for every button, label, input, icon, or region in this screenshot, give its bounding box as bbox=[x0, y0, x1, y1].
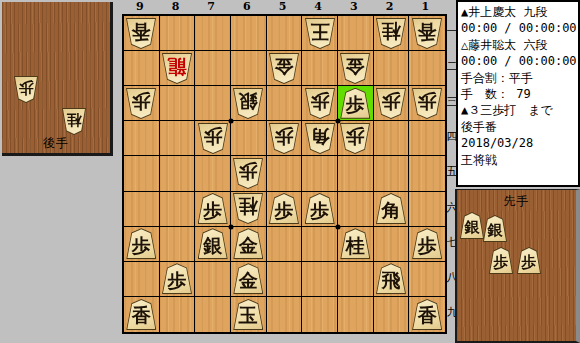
piece-kanji: 銀 bbox=[465, 217, 480, 234]
piece-sente-香-9-9[interactable]: 香 bbox=[126, 299, 156, 330]
piece-gote-歩-1-3[interactable]: 歩 bbox=[412, 88, 442, 119]
piece-face: 歩 bbox=[199, 124, 227, 153]
square-6-1[interactable] bbox=[231, 16, 267, 51]
piece-kanji: 桂 bbox=[67, 113, 82, 130]
piece-gote-香-9-1[interactable]: 香 bbox=[126, 18, 156, 49]
piece-kanji: 香 bbox=[418, 22, 437, 44]
square-8-8[interactable]: 歩 bbox=[160, 262, 196, 297]
piece-kanji: 桂 bbox=[381, 22, 400, 44]
piece-face: 桂 bbox=[63, 109, 85, 134]
info-line-8: 後手番 bbox=[461, 119, 578, 135]
piece-sente-歩-8-8[interactable]: 歩 bbox=[162, 263, 192, 294]
piece-face: 銀 bbox=[199, 229, 227, 258]
info-line-5: 手合割：平手 bbox=[461, 70, 578, 86]
square-5-9[interactable] bbox=[267, 297, 303, 332]
piece-face: 香 bbox=[127, 19, 155, 48]
piece-kanji: 歩 bbox=[167, 268, 186, 290]
square-8-1[interactable] bbox=[160, 16, 196, 51]
hand-piece-sente-銀-2[interactable]: 銀 bbox=[483, 215, 507, 242]
piece-kanji: 金 bbox=[346, 57, 365, 79]
square-2-8[interactable]: 飛 bbox=[374, 262, 410, 297]
square-1-9[interactable]: 香 bbox=[409, 297, 445, 332]
piece-gote-歩-4-3[interactable]: 歩 bbox=[305, 88, 335, 119]
square-2-6[interactable]: 角 bbox=[374, 192, 410, 227]
column-label-1: 1 bbox=[407, 0, 443, 13]
star-dot bbox=[336, 119, 341, 124]
piece-face: 歩 bbox=[341, 89, 369, 118]
piece-sente-歩-7-6[interactable]: 歩 bbox=[198, 193, 228, 224]
shogi-app-window: { "game": "shogi", "position": { "sfen":… bbox=[0, 0, 580, 343]
piece-face: 歩 bbox=[341, 124, 369, 153]
square-6-2[interactable] bbox=[231, 51, 267, 86]
square-5-4[interactable]: 歩 bbox=[267, 121, 303, 156]
square-3-9[interactable] bbox=[338, 297, 374, 332]
square-4-8[interactable] bbox=[302, 262, 338, 297]
column-label-2: 2 bbox=[372, 0, 408, 13]
square-4-3[interactable]: 歩 bbox=[302, 86, 338, 121]
piece-kanji: 飛 bbox=[381, 268, 400, 290]
piece-sente-香-1-9[interactable]: 香 bbox=[412, 299, 442, 330]
square-8-9[interactable] bbox=[160, 297, 196, 332]
square-3-3[interactable]: 歩 bbox=[338, 86, 374, 121]
board: 香王桂香龍金金歩銀歩歩歩歩歩歩角歩歩歩桂歩歩角歩銀金桂歩歩金飛香玉香 bbox=[122, 14, 447, 334]
piece-kanji: 桂 bbox=[239, 198, 258, 220]
piece-sente-歩-5-6[interactable]: 歩 bbox=[269, 193, 299, 224]
piece-gote-歩-2-3[interactable]: 歩 bbox=[376, 88, 406, 119]
square-7-7[interactable]: 銀 bbox=[195, 227, 231, 262]
square-7-2[interactable] bbox=[195, 51, 231, 86]
square-4-2[interactable] bbox=[302, 51, 338, 86]
piece-kanji: 香 bbox=[132, 22, 151, 44]
square-3-6[interactable] bbox=[338, 192, 374, 227]
column-label-9: 9 bbox=[122, 0, 158, 13]
piece-kanji: 歩 bbox=[274, 198, 293, 220]
piece-face: 王 bbox=[306, 19, 334, 48]
hand-piece-sente-歩-4[interactable]: 歩 bbox=[517, 247, 541, 274]
square-6-5[interactable]: 歩 bbox=[231, 156, 267, 191]
info-line-2: 00:00 / 00:00:00 bbox=[461, 20, 578, 36]
square-7-5[interactable] bbox=[195, 156, 231, 191]
square-9-8[interactable] bbox=[124, 262, 160, 297]
info-line-1: ▲井上慶太 九段 bbox=[461, 4, 578, 20]
square-9-9[interactable]: 香 bbox=[124, 297, 160, 332]
info-panel: ▲井上慶太 九段00:00 / 00:00:00△藤井聡太 六段00:00 / … bbox=[456, 0, 580, 187]
square-4-9[interactable] bbox=[302, 297, 338, 332]
piece-kanji: 歩 bbox=[418, 92, 437, 114]
piece-kanji: 金 bbox=[239, 268, 258, 290]
square-3-5[interactable] bbox=[338, 156, 374, 191]
piece-face: 歩 bbox=[518, 248, 540, 273]
piece-gote-歩-5-4[interactable]: 歩 bbox=[269, 123, 299, 154]
piece-kanji: 金 bbox=[239, 233, 258, 255]
square-5-7[interactable] bbox=[267, 227, 303, 262]
square-7-4[interactable]: 歩 bbox=[195, 121, 231, 156]
piece-face: 角 bbox=[377, 194, 405, 223]
info-line-3: △藤井聡太 六段 bbox=[461, 37, 578, 53]
piece-face: 銀 bbox=[461, 213, 483, 238]
piece-kanji: 歩 bbox=[310, 198, 329, 220]
square-1-6[interactable] bbox=[409, 192, 445, 227]
star-dot bbox=[228, 224, 233, 229]
square-1-3[interactable]: 歩 bbox=[409, 86, 445, 121]
piece-sente-歩-4-6[interactable]: 歩 bbox=[305, 193, 335, 224]
square-6-7[interactable]: 金 bbox=[231, 227, 267, 262]
square-7-3[interactable] bbox=[195, 86, 231, 121]
piece-face: 歩 bbox=[234, 159, 262, 188]
square-3-4[interactable]: 歩 bbox=[338, 121, 374, 156]
square-4-5[interactable] bbox=[302, 156, 338, 191]
piece-sente-角-2-6[interactable]: 角 bbox=[376, 193, 406, 224]
square-6-6[interactable]: 桂 bbox=[231, 192, 267, 227]
column-label-8: 8 bbox=[158, 0, 194, 13]
piece-kanji: 歩 bbox=[19, 81, 34, 98]
piece-kanji: 桂 bbox=[346, 233, 365, 255]
square-3-7[interactable]: 桂 bbox=[338, 227, 374, 262]
square-6-4[interactable] bbox=[231, 121, 267, 156]
piece-kanji: 歩 bbox=[203, 198, 222, 220]
piece-kanji: 歩 bbox=[203, 127, 222, 149]
square-7-9[interactable] bbox=[195, 297, 231, 332]
gote-captured-tray: 後手 歩桂 bbox=[2, 2, 113, 156]
square-1-7[interactable]: 歩 bbox=[409, 227, 445, 262]
piece-gote-歩-6-5[interactable]: 歩 bbox=[233, 158, 263, 189]
hand-piece-sente-銀-1[interactable]: 銀 bbox=[460, 212, 484, 239]
piece-face: 金 bbox=[341, 54, 369, 83]
square-3-8[interactable] bbox=[338, 262, 374, 297]
square-7-1[interactable] bbox=[195, 16, 231, 51]
piece-kanji: 歩 bbox=[346, 92, 365, 114]
square-2-7[interactable] bbox=[374, 227, 410, 262]
square-1-2[interactable] bbox=[409, 51, 445, 86]
square-2-3[interactable]: 歩 bbox=[374, 86, 410, 121]
column-label-5: 5 bbox=[265, 0, 301, 13]
piece-face: 龍 bbox=[163, 54, 191, 83]
piece-kanji: 歩 bbox=[239, 162, 258, 184]
hand-piece-gote-桂-2[interactable]: 桂 bbox=[62, 108, 86, 135]
square-5-8[interactable] bbox=[267, 262, 303, 297]
star-dot bbox=[336, 224, 341, 229]
square-7-6[interactable]: 歩 bbox=[195, 192, 231, 227]
piece-sente-金-6-8[interactable]: 金 bbox=[233, 263, 263, 294]
square-2-9[interactable] bbox=[374, 297, 410, 332]
piece-sente-銀-7-7[interactable]: 銀 bbox=[198, 228, 228, 259]
piece-face: 玉 bbox=[234, 300, 262, 329]
piece-gote-角-4-4[interactable]: 角 bbox=[305, 123, 335, 154]
piece-face: 桂 bbox=[377, 19, 405, 48]
piece-gote-桂-2-1[interactable]: 桂 bbox=[376, 18, 406, 49]
square-8-6[interactable] bbox=[160, 192, 196, 227]
square-6-9[interactable]: 玉 bbox=[231, 297, 267, 332]
piece-face: 歩 bbox=[377, 89, 405, 118]
square-4-7[interactable] bbox=[302, 227, 338, 262]
square-5-3[interactable] bbox=[267, 86, 303, 121]
info-line-10: 王将戦 bbox=[461, 152, 578, 168]
info-line-9: 2018/03/28 bbox=[461, 135, 578, 151]
piece-face: 金 bbox=[234, 264, 262, 293]
square-6-8[interactable]: 金 bbox=[231, 262, 267, 297]
piece-kanji: 玉 bbox=[239, 303, 258, 325]
square-4-4[interactable]: 角 bbox=[302, 121, 338, 156]
info-line-6: 手 数： 79 bbox=[461, 86, 578, 102]
square-8-7[interactable] bbox=[160, 227, 196, 262]
piece-kanji: 香 bbox=[418, 303, 437, 325]
square-8-3[interactable] bbox=[160, 86, 196, 121]
piece-face: 歩 bbox=[413, 229, 441, 258]
piece-face: 歩 bbox=[199, 194, 227, 223]
piece-gote-歩-3-4[interactable]: 歩 bbox=[340, 123, 370, 154]
piece-face: 歩 bbox=[270, 124, 298, 153]
piece-kanji: 銀 bbox=[488, 220, 503, 237]
column-label-7: 7 bbox=[193, 0, 229, 13]
square-9-2[interactable] bbox=[124, 51, 160, 86]
board-column-labels: 987654321 bbox=[122, 0, 443, 13]
piece-gote-歩-7-4[interactable]: 歩 bbox=[198, 123, 228, 154]
piece-kanji: 歩 bbox=[346, 127, 365, 149]
piece-face: 香 bbox=[413, 300, 441, 329]
square-5-5[interactable] bbox=[267, 156, 303, 191]
piece-kanji: 香 bbox=[132, 303, 151, 325]
piece-sente-金-6-7[interactable]: 金 bbox=[233, 228, 263, 259]
piece-kanji: 金 bbox=[274, 57, 293, 79]
square-4-6[interactable]: 歩 bbox=[302, 192, 338, 227]
piece-gote-香-1-1[interactable]: 香 bbox=[412, 18, 442, 49]
piece-face: 歩 bbox=[306, 89, 334, 118]
piece-sente-歩-3-3[interactable]: 歩 bbox=[340, 88, 370, 119]
hand-piece-sente-歩-3[interactable]: 歩 bbox=[489, 247, 513, 274]
piece-sente-歩-9-7[interactable]: 歩 bbox=[126, 228, 156, 259]
piece-gote-王-4-1[interactable]: 王 bbox=[305, 18, 335, 49]
column-label-6: 6 bbox=[229, 0, 265, 13]
piece-gote-歩-9-3[interactable]: 歩 bbox=[126, 88, 156, 119]
sente-captured-tray: 先手 銀銀歩歩 bbox=[455, 189, 580, 343]
square-8-2[interactable]: 龍 bbox=[160, 51, 196, 86]
square-6-3[interactable]: 銀 bbox=[231, 86, 267, 121]
square-1-4[interactable] bbox=[409, 121, 445, 156]
square-3-1[interactable] bbox=[338, 16, 374, 51]
piece-face: 角 bbox=[306, 124, 334, 153]
square-8-5[interactable] bbox=[160, 156, 196, 191]
piece-kanji: 歩 bbox=[522, 252, 537, 269]
piece-face: 歩 bbox=[127, 229, 155, 258]
square-8-4[interactable] bbox=[160, 121, 196, 156]
square-1-1[interactable]: 香 bbox=[409, 16, 445, 51]
square-5-1[interactable] bbox=[267, 16, 303, 51]
square-9-3[interactable]: 歩 bbox=[124, 86, 160, 121]
star-dot bbox=[228, 119, 233, 124]
square-9-7[interactable]: 歩 bbox=[124, 227, 160, 262]
piece-kanji: 銀 bbox=[239, 92, 258, 114]
piece-kanji: 歩 bbox=[418, 233, 437, 255]
square-7-8[interactable] bbox=[195, 262, 231, 297]
square-5-6[interactable]: 歩 bbox=[267, 192, 303, 227]
gote-tray-label: 後手 bbox=[2, 135, 110, 152]
square-9-6[interactable] bbox=[124, 192, 160, 227]
square-9-4[interactable] bbox=[124, 121, 160, 156]
piece-kanji: 歩 bbox=[274, 127, 293, 149]
piece-kanji: 歩 bbox=[310, 92, 329, 114]
piece-kanji: 歩 bbox=[494, 252, 509, 269]
square-2-2[interactable] bbox=[374, 51, 410, 86]
piece-face: 歩 bbox=[270, 194, 298, 223]
piece-face: 歩 bbox=[490, 248, 512, 273]
piece-gote-龍-8-2[interactable]: 龍 bbox=[162, 53, 192, 84]
square-9-1[interactable]: 香 bbox=[124, 16, 160, 51]
piece-sente-歩-1-7[interactable]: 歩 bbox=[412, 228, 442, 259]
hand-piece-gote-歩-1[interactable]: 歩 bbox=[14, 76, 38, 103]
piece-kanji: 角 bbox=[310, 127, 329, 149]
square-2-4[interactable] bbox=[374, 121, 410, 156]
info-line-7: ▲３三歩打 まで bbox=[461, 102, 578, 118]
piece-face: 飛 bbox=[377, 264, 405, 293]
piece-face: 香 bbox=[127, 300, 155, 329]
piece-face: 銀 bbox=[484, 216, 506, 241]
piece-face: 歩 bbox=[306, 194, 334, 223]
square-3-2[interactable]: 金 bbox=[338, 51, 374, 86]
piece-face: 金 bbox=[234, 229, 262, 258]
piece-sente-桂-3-7[interactable]: 桂 bbox=[340, 228, 370, 259]
piece-face: 歩 bbox=[15, 77, 37, 102]
square-2-1[interactable]: 桂 bbox=[374, 16, 410, 51]
piece-gote-金-3-2[interactable]: 金 bbox=[340, 53, 370, 84]
piece-kanji: 歩 bbox=[132, 233, 151, 255]
piece-face: 香 bbox=[413, 19, 441, 48]
piece-kanji: 銀 bbox=[203, 233, 222, 255]
square-5-2[interactable]: 金 bbox=[267, 51, 303, 86]
piece-face: 銀 bbox=[234, 89, 262, 118]
piece-face: 金 bbox=[270, 54, 298, 83]
piece-gote-金-5-2[interactable]: 金 bbox=[269, 53, 299, 84]
square-9-5[interactable] bbox=[124, 156, 160, 191]
piece-face: 桂 bbox=[341, 229, 369, 258]
piece-sente-飛-2-8[interactable]: 飛 bbox=[376, 263, 406, 294]
column-label-3: 3 bbox=[336, 0, 372, 13]
square-1-5[interactable] bbox=[409, 156, 445, 191]
piece-kanji: 歩 bbox=[381, 92, 400, 114]
info-line-4: 00:00 / 00:00:00 bbox=[461, 53, 578, 69]
piece-kanji: 歩 bbox=[132, 92, 151, 114]
piece-kanji: 王 bbox=[310, 22, 329, 44]
square-1-8[interactable] bbox=[409, 262, 445, 297]
piece-kanji: 龍 bbox=[167, 57, 186, 79]
square-4-1[interactable]: 王 bbox=[302, 16, 338, 51]
square-2-5[interactable] bbox=[374, 156, 410, 191]
piece-gote-銀-6-3[interactable]: 銀 bbox=[233, 88, 263, 119]
piece-face: 歩 bbox=[127, 89, 155, 118]
piece-kanji: 角 bbox=[381, 198, 400, 220]
piece-face: 桂 bbox=[234, 194, 262, 223]
piece-face: 歩 bbox=[413, 89, 441, 118]
piece-face: 歩 bbox=[163, 264, 191, 293]
sente-tray-label: 先手 bbox=[457, 193, 576, 210]
column-label-4: 4 bbox=[300, 0, 336, 13]
piece-sente-玉-6-9[interactable]: 玉 bbox=[233, 299, 263, 330]
piece-gote-桂-6-6[interactable]: 桂 bbox=[233, 193, 263, 224]
